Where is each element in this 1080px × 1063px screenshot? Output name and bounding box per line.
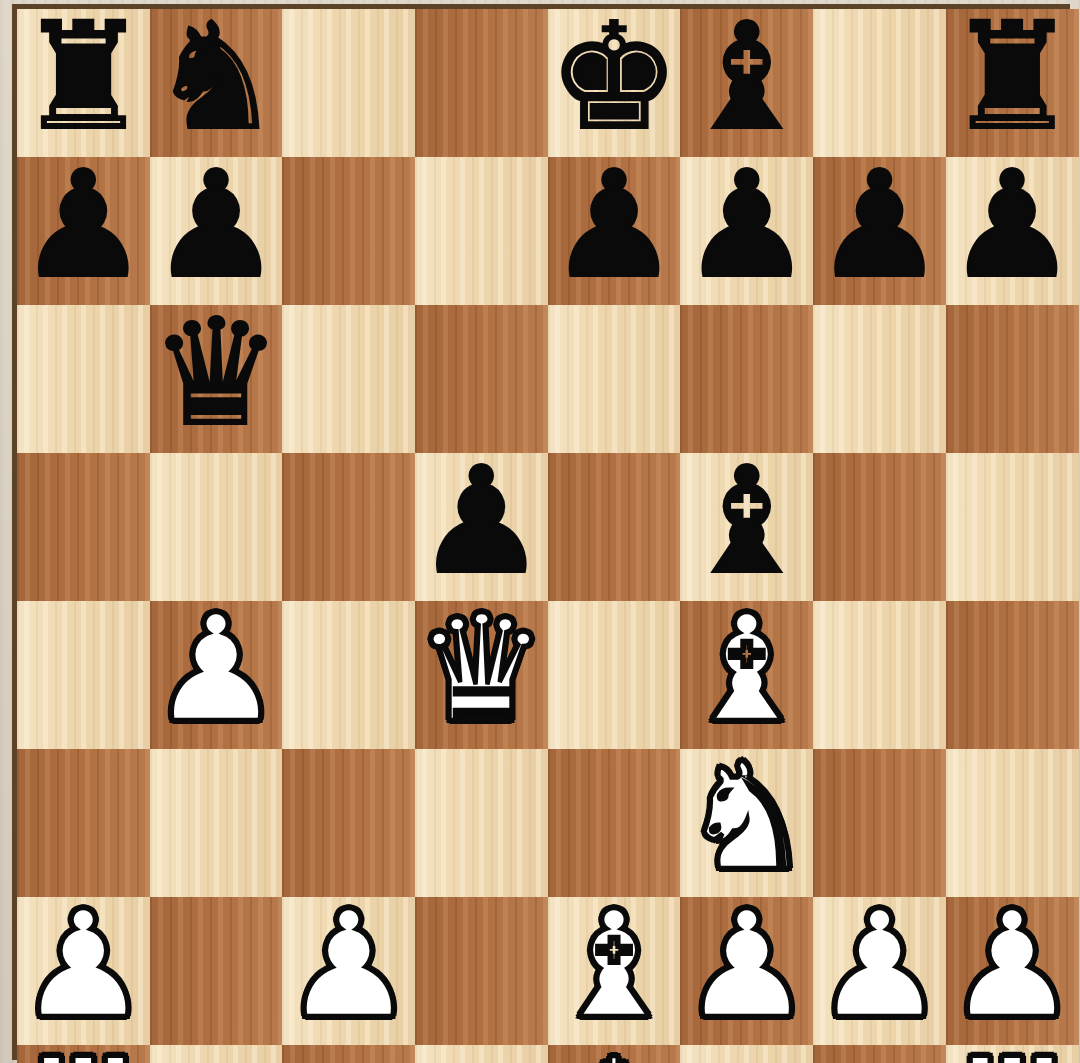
black-rook-h8[interactable]: ♜ (946, 3, 1079, 151)
square-g4[interactable] (813, 601, 946, 749)
black-bishop-f5[interactable]: ♝ (680, 447, 813, 595)
black-pawn-f7[interactable]: ♟ (680, 151, 813, 299)
square-e2[interactable]: ♝ (548, 897, 681, 1045)
square-b8[interactable]: ♞ (150, 9, 283, 157)
square-c3[interactable] (282, 749, 415, 897)
square-a3[interactable] (17, 749, 150, 897)
square-d5[interactable]: ♟ (415, 453, 548, 601)
square-e7[interactable]: ♟ (548, 157, 681, 305)
square-h3[interactable] (946, 749, 1079, 897)
square-c6[interactable] (282, 305, 415, 453)
square-a7[interactable]: ♟ (17, 157, 150, 305)
square-e1[interactable]: ♚ (548, 1045, 681, 1063)
square-a6[interactable] (17, 305, 150, 453)
square-b6[interactable]: ♛ (150, 305, 283, 453)
square-c1[interactable] (282, 1045, 415, 1063)
square-h7[interactable]: ♟ (946, 157, 1079, 305)
white-pawn-f2[interactable]: ♟ (680, 891, 813, 1039)
black-queen-b6[interactable]: ♛ (150, 299, 283, 447)
black-king-e8[interactable]: ♚ (548, 3, 681, 151)
square-c8[interactable] (282, 9, 415, 157)
square-g2[interactable]: ♟ (813, 897, 946, 1045)
square-h4[interactable] (946, 601, 1079, 749)
square-d7[interactable] (415, 157, 548, 305)
white-rook-h1[interactable]: ♜ (946, 1039, 1079, 1063)
square-f6[interactable] (680, 305, 813, 453)
black-bishop-f8[interactable]: ♝ (680, 3, 813, 151)
square-a1[interactable]: ♜ (17, 1045, 150, 1063)
square-f3[interactable]: ♞ (680, 749, 813, 897)
square-a4[interactable] (17, 601, 150, 749)
square-c2[interactable]: ♟ (282, 897, 415, 1045)
square-b5[interactable] (150, 453, 283, 601)
square-f8[interactable]: ♝ (680, 9, 813, 157)
white-pawn-h2[interactable]: ♟ (946, 891, 1079, 1039)
square-f1[interactable] (680, 1045, 813, 1063)
black-pawn-b7[interactable]: ♟ (150, 151, 283, 299)
black-pawn-a7[interactable]: ♟ (17, 151, 150, 299)
white-king-e1[interactable]: ♚ (548, 1039, 681, 1063)
white-rook-a1[interactable]: ♜ (17, 1039, 150, 1063)
black-pawn-e7[interactable]: ♟ (548, 151, 681, 299)
white-bishop-f4[interactable]: ♝ (680, 595, 813, 743)
square-h5[interactable] (946, 453, 1079, 601)
square-c7[interactable] (282, 157, 415, 305)
square-d4[interactable]: ♛ (415, 601, 548, 749)
white-queen-d4[interactable]: ♛ (415, 595, 548, 743)
black-pawn-h7[interactable]: ♟ (946, 151, 1079, 299)
square-c4[interactable] (282, 601, 415, 749)
square-e6[interactable] (548, 305, 681, 453)
black-knight-b8[interactable]: ♞ (150, 3, 283, 151)
square-e3[interactable] (548, 749, 681, 897)
square-b4[interactable]: ♟ (150, 601, 283, 749)
square-b1[interactable] (150, 1045, 283, 1063)
square-e8[interactable]: ♚ (548, 9, 681, 157)
white-pawn-b4[interactable]: ♟ (150, 595, 283, 743)
white-pawn-g2[interactable]: ♟ (813, 891, 946, 1039)
square-h6[interactable] (946, 305, 1079, 453)
black-pawn-d5[interactable]: ♟ (415, 447, 548, 595)
square-a2[interactable]: ♟ (17, 897, 150, 1045)
chess-board: ♜♞♚♝♜♟♟♟♟♟♟♛♟♝♟♛♝♞♟♟♝♟♟♟♜♚♜ (12, 4, 1070, 1060)
square-d8[interactable] (415, 9, 548, 157)
square-h1[interactable]: ♜ (946, 1045, 1079, 1063)
square-b2[interactable] (150, 897, 283, 1045)
square-d1[interactable] (415, 1045, 548, 1063)
square-g5[interactable] (813, 453, 946, 601)
page-background: ♜♞♚♝♜♟♟♟♟♟♟♛♟♝♟♛♝♞♟♟♝♟♟♟♜♚♜ (0, 0, 1080, 1063)
square-f7[interactable]: ♟ (680, 157, 813, 305)
square-d3[interactable] (415, 749, 548, 897)
square-b3[interactable] (150, 749, 283, 897)
square-a5[interactable] (17, 453, 150, 601)
square-g7[interactable]: ♟ (813, 157, 946, 305)
square-f5[interactable]: ♝ (680, 453, 813, 601)
white-pawn-a2[interactable]: ♟ (17, 891, 150, 1039)
square-d2[interactable] (415, 897, 548, 1045)
white-pawn-c2[interactable]: ♟ (282, 891, 415, 1039)
square-b7[interactable]: ♟ (150, 157, 283, 305)
square-g3[interactable] (813, 749, 946, 897)
square-e5[interactable] (548, 453, 681, 601)
square-e4[interactable] (548, 601, 681, 749)
square-d6[interactable] (415, 305, 548, 453)
white-bishop-e2[interactable]: ♝ (548, 891, 681, 1039)
square-a8[interactable]: ♜ (17, 9, 150, 157)
square-g6[interactable] (813, 305, 946, 453)
square-h2[interactable]: ♟ (946, 897, 1079, 1045)
square-f2[interactable]: ♟ (680, 897, 813, 1045)
black-pawn-g7[interactable]: ♟ (813, 151, 946, 299)
square-g8[interactable] (813, 9, 946, 157)
square-g1[interactable] (813, 1045, 946, 1063)
square-h8[interactable]: ♜ (946, 9, 1079, 157)
square-c5[interactable] (282, 453, 415, 601)
black-rook-a8[interactable]: ♜ (17, 3, 150, 151)
square-f4[interactable]: ♝ (680, 601, 813, 749)
white-knight-f3[interactable]: ♞ (680, 743, 813, 891)
